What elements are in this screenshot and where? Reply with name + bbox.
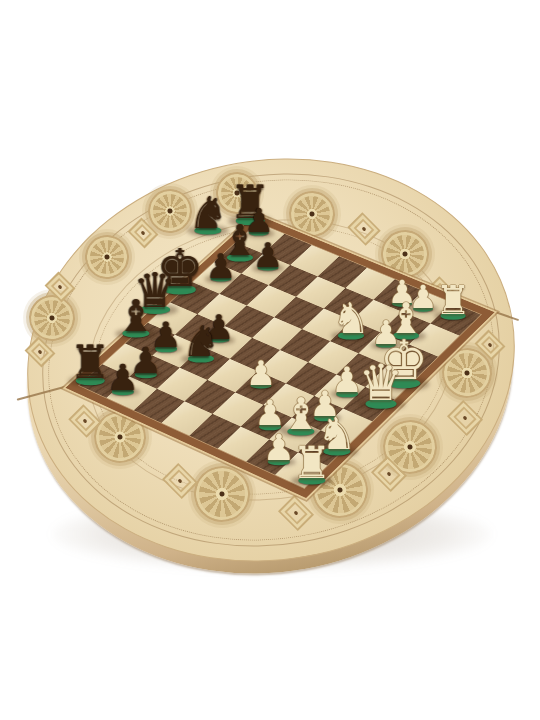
white-queen-icon: ♛ <box>359 358 404 408</box>
black-pawn-icon: ♟ <box>107 360 139 396</box>
black-pawn-icon: ♟ <box>253 238 283 272</box>
white-rook-icon: ♜ <box>292 441 331 485</box>
white-pawn-icon: ♟ <box>263 430 295 466</box>
white-knight-icon: ♞ <box>332 298 370 340</box>
black-knight-icon: ♞ <box>182 321 220 363</box>
black-pawn-icon: ♟ <box>206 249 236 283</box>
white-pawn-icon: ♟ <box>246 356 276 390</box>
product-photo-scene: ♜♞♟♝♟♚♛♝♟♟♟♟♜♟♞♜♟♟♝♟♞♚♛♟♟♟♝♟♞♟♜ <box>0 0 540 720</box>
black-rook-icon: ♜ <box>69 339 110 385</box>
white-rook-icon: ♜ <box>435 280 471 320</box>
